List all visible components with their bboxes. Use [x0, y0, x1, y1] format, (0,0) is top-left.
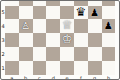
square-a3: [5, 33, 19, 47]
file-label-a: a: [5, 76, 19, 80]
square-g4: [88, 19, 102, 33]
square-h4: [102, 19, 116, 33]
square-d2: [46, 47, 60, 61]
square-b5: [19, 6, 33, 20]
square-d3: [46, 33, 60, 47]
rank-label-4: 4: [1, 24, 5, 29]
square-h5: [102, 6, 116, 20]
square-a1: [5, 61, 19, 75]
file-label-g: g: [88, 76, 102, 80]
square-c4: [33, 19, 47, 33]
square-a4: [5, 19, 19, 33]
square-d5: [46, 6, 60, 20]
square-a2: [5, 47, 19, 61]
file-label-h: h: [102, 76, 116, 80]
square-b4: [19, 19, 33, 33]
square-f5: [74, 6, 88, 20]
square-c3: [33, 33, 47, 47]
square-b2: [19, 47, 33, 61]
square-e1: [60, 61, 74, 75]
square-e3: [60, 33, 74, 47]
square-g5: [88, 6, 102, 20]
rank-label-1: 1: [1, 66, 5, 71]
square-f3: [74, 33, 88, 47]
square-h1: [102, 61, 116, 75]
rank-label-5: 5: [1, 10, 5, 15]
square-c1: [33, 61, 47, 75]
square-d4: [46, 19, 60, 33]
square-f4: [74, 19, 88, 33]
file-label-e: e: [60, 76, 74, 80]
square-e5: [60, 6, 74, 20]
square-b1: [19, 61, 33, 75]
square-c5: [33, 6, 47, 20]
square-b3: [19, 33, 33, 47]
square-a5: [5, 6, 19, 20]
file-label-d: d: [46, 76, 60, 80]
rank-label-3: 3: [1, 38, 5, 43]
square-g3: [88, 33, 102, 47]
square-e4: [60, 19, 74, 33]
file-label-b: b: [19, 76, 33, 80]
rank-label-2: 2: [1, 52, 5, 57]
square-f2: [74, 47, 88, 61]
square-g2: [88, 47, 102, 61]
square-h3: [102, 33, 116, 47]
file-label-c: c: [33, 76, 47, 80]
square-e2: [60, 47, 74, 61]
chess-board-diagram: ♛♟♟♙♕♔54321abcdefgh: [0, 0, 120, 80]
file-label-f: f: [74, 76, 88, 80]
square-d1: [46, 61, 60, 75]
square-f1: [74, 61, 88, 75]
square-h2: [102, 47, 116, 61]
square-g1: [88, 61, 102, 75]
square-c2: [33, 47, 47, 61]
